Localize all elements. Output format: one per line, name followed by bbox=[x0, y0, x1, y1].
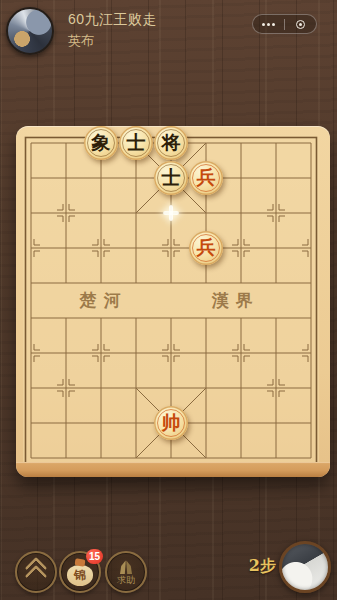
puzzle-title: 60九江王败走 bbox=[68, 11, 157, 28]
more-dots-icon bbox=[262, 23, 275, 26]
black-piece-将[interactable]: 将 bbox=[154, 126, 188, 160]
xiangqi-board[interactable]: 楚河 漢界 象士将士兵兵帅 bbox=[16, 126, 330, 477]
red-piece-帅[interactable]: 帅 bbox=[154, 406, 188, 440]
red-piece-兵[interactable]: 兵 bbox=[189, 161, 223, 195]
puzzle-subtitle: 英布 bbox=[68, 32, 94, 50]
target-circle-icon bbox=[296, 20, 305, 29]
black-piece-象[interactable]: 象 bbox=[84, 126, 118, 160]
praying-hands-icon bbox=[117, 560, 135, 575]
more-button[interactable] bbox=[253, 15, 284, 33]
steps-counter: 2步 bbox=[228, 556, 276, 577]
money-bag-icon: 锦 bbox=[67, 565, 93, 586]
ask-help-label: 求助 bbox=[117, 574, 135, 587]
miniprogram-capsule bbox=[252, 14, 317, 34]
exit-button[interactable] bbox=[285, 15, 316, 33]
player-avatar[interactable] bbox=[6, 7, 54, 55]
red-piece-兵[interactable]: 兵 bbox=[189, 231, 223, 265]
river-label-right: 漢界 bbox=[187, 289, 277, 312]
river-label-left: 楚河 bbox=[55, 289, 145, 312]
hint-bag-label: 锦 bbox=[74, 567, 86, 584]
ask-help-button[interactable]: 求助 bbox=[105, 551, 147, 593]
board-front-edge bbox=[16, 462, 330, 477]
opponent-avatar[interactable] bbox=[279, 541, 331, 593]
black-piece-士[interactable]: 士 bbox=[154, 161, 188, 195]
collapse-button[interactable] bbox=[15, 551, 57, 593]
hint-count-badge: 15 bbox=[86, 549, 103, 564]
app-screen: 60九江王败走 英布 楚河 漢界 象士将士兵兵帅 锦 15 bbox=[0, 0, 337, 600]
black-piece-士[interactable]: 士 bbox=[119, 126, 153, 160]
last-move-marker bbox=[161, 203, 181, 223]
hint-bag-button[interactable]: 锦 15 bbox=[59, 551, 101, 593]
